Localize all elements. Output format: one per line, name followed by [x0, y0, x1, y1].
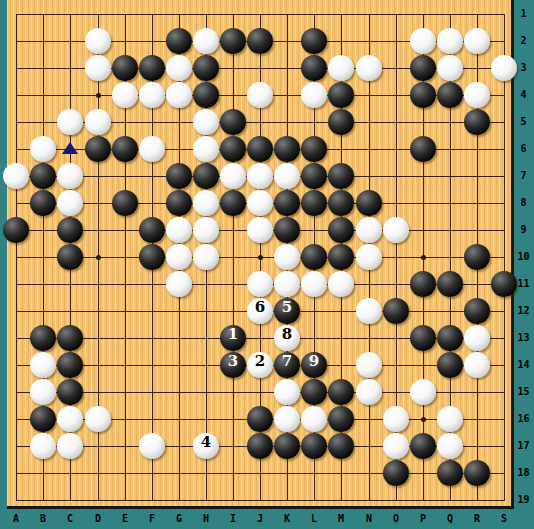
stone-white-C16[interactable] [57, 406, 83, 432]
stone-white-D5[interactable] [85, 109, 111, 135]
stone-white-C5[interactable] [57, 109, 83, 135]
stone-white-L16[interactable] [301, 406, 327, 432]
coord-label-column: R [469, 513, 485, 524]
stone-black-L6[interactable] [301, 136, 327, 162]
stone-black-F3[interactable] [139, 55, 165, 81]
stone-black-D6[interactable] [85, 136, 111, 162]
stone-black-E8[interactable] [112, 190, 138, 216]
stone-white-J14[interactable]: 2 [247, 352, 273, 378]
stone-black-C9[interactable] [57, 217, 83, 243]
stone-white-J7[interactable] [247, 163, 273, 189]
stone-white-K11[interactable] [274, 271, 300, 297]
stone-black-Q4[interactable] [437, 82, 463, 108]
stone-black-A9[interactable] [3, 217, 29, 243]
stone-black-L17[interactable] [301, 433, 327, 459]
stone-black-F9[interactable] [139, 217, 165, 243]
stone-white-C17[interactable] [57, 433, 83, 459]
star-point [421, 417, 426, 422]
stone-black-C10[interactable] [57, 244, 83, 270]
stone-white-M11[interactable] [328, 271, 354, 297]
stone-black-H4[interactable] [193, 82, 219, 108]
move-number-label: 6 [247, 298, 273, 324]
star-point [258, 255, 263, 260]
stone-white-D16[interactable] [85, 406, 111, 432]
stone-black-H7[interactable] [193, 163, 219, 189]
stone-white-K7[interactable] [274, 163, 300, 189]
stone-black-I2[interactable] [220, 28, 246, 54]
go-client-window: 651832794ABCDEFGHIJKLMNOPQRS123456789101… [0, 0, 534, 529]
stone-white-D2[interactable] [85, 28, 111, 54]
stone-black-M16[interactable] [328, 406, 354, 432]
stone-black-G8[interactable] [166, 190, 192, 216]
stone-black-K17[interactable] [274, 433, 300, 459]
stone-black-M7[interactable] [328, 163, 354, 189]
coord-label-row: 18 [514, 467, 533, 478]
coord-label-column: N [361, 513, 377, 524]
coord-label-column: M [333, 513, 349, 524]
stone-black-J6[interactable] [247, 136, 273, 162]
stone-white-O16[interactable] [383, 406, 409, 432]
coord-label-row: 6 [514, 143, 533, 154]
stone-black-J2[interactable] [247, 28, 273, 54]
star-point [96, 93, 101, 98]
coord-label-row: 19 [514, 494, 533, 505]
stone-white-F17[interactable] [139, 433, 165, 459]
stone-white-K13[interactable]: 8 [274, 325, 300, 351]
stone-black-M4[interactable] [328, 82, 354, 108]
stone-black-E3[interactable] [112, 55, 138, 81]
grid-line-horizontal [16, 473, 505, 474]
stone-white-K16[interactable] [274, 406, 300, 432]
stone-black-B8[interactable] [30, 190, 56, 216]
stone-black-L14[interactable]: 9 [301, 352, 327, 378]
coord-label-column: F [144, 513, 160, 524]
stone-white-A7[interactable] [3, 163, 29, 189]
stone-black-R12[interactable] [464, 298, 490, 324]
coord-label-row: 1 [514, 8, 533, 19]
stone-black-P6[interactable] [410, 136, 436, 162]
stone-black-N8[interactable] [356, 190, 382, 216]
move-number-label: 3 [220, 352, 246, 378]
stone-white-N14[interactable] [356, 352, 382, 378]
grid-line-vertical [504, 14, 505, 501]
stone-white-I7[interactable] [220, 163, 246, 189]
stone-white-G9[interactable] [166, 217, 192, 243]
move-number-label: 2 [247, 352, 273, 378]
stone-black-L15[interactable] [301, 379, 327, 405]
coord-label-column: J [252, 513, 268, 524]
move-number-label: 1 [220, 325, 246, 351]
coord-label-row: 2 [514, 35, 533, 46]
stone-black-L3[interactable] [301, 55, 327, 81]
stone-white-H8[interactable] [193, 190, 219, 216]
coord-label-column: E [117, 513, 133, 524]
stone-black-Q14[interactable] [437, 352, 463, 378]
stone-black-Q11[interactable] [437, 271, 463, 297]
stone-white-C7[interactable] [57, 163, 83, 189]
coord-label-column: C [62, 513, 78, 524]
stone-black-L2[interactable] [301, 28, 327, 54]
stone-black-R10[interactable] [464, 244, 490, 270]
coord-label-row: 16 [514, 413, 533, 424]
coord-label-row: 3 [514, 62, 533, 73]
stone-black-C13[interactable] [57, 325, 83, 351]
stone-black-J17[interactable] [247, 433, 273, 459]
coord-label-row: 11 [514, 278, 533, 289]
stone-white-J12[interactable]: 6 [247, 298, 273, 324]
stone-black-K8[interactable] [274, 190, 300, 216]
stone-black-K9[interactable] [274, 217, 300, 243]
coord-label-row: 8 [514, 197, 533, 208]
coord-label-column: O [388, 513, 404, 524]
stone-black-P17[interactable] [410, 433, 436, 459]
stone-white-N12[interactable] [356, 298, 382, 324]
coord-label-column: Q [442, 513, 458, 524]
stone-white-D3[interactable] [85, 55, 111, 81]
coord-label-row: 10 [514, 251, 533, 262]
stone-black-H3[interactable] [193, 55, 219, 81]
stone-white-K10[interactable] [274, 244, 300, 270]
stone-black-R18[interactable] [464, 460, 490, 486]
stone-white-O9[interactable] [383, 217, 409, 243]
stone-black-K6[interactable] [274, 136, 300, 162]
stone-black-P13[interactable] [410, 325, 436, 351]
stone-black-C15[interactable] [57, 379, 83, 405]
stone-black-Q18[interactable] [437, 460, 463, 486]
stone-white-H6[interactable] [193, 136, 219, 162]
stone-black-O18[interactable] [383, 460, 409, 486]
stone-white-B17[interactable] [30, 433, 56, 459]
triangle-marker [62, 142, 78, 154]
stone-white-P15[interactable] [410, 379, 436, 405]
move-number-label: 8 [274, 325, 300, 351]
coord-label-column: D [90, 513, 106, 524]
stone-white-G11[interactable] [166, 271, 192, 297]
stone-black-I13[interactable]: 1 [220, 325, 246, 351]
stone-white-G10[interactable] [166, 244, 192, 270]
stone-black-K14[interactable]: 7 [274, 352, 300, 378]
stone-white-L4[interactable] [301, 82, 327, 108]
stone-white-G4[interactable] [166, 82, 192, 108]
stone-white-H10[interactable] [193, 244, 219, 270]
stone-black-G2[interactable] [166, 28, 192, 54]
stone-white-H17[interactable]: 4 [193, 433, 219, 459]
stone-white-L11[interactable] [301, 271, 327, 297]
stone-black-I5[interactable] [220, 109, 246, 135]
coord-label-row: 15 [514, 386, 533, 397]
coord-label-row: 9 [514, 224, 533, 235]
move-number-label: 9 [301, 352, 327, 378]
stone-black-M17[interactable] [328, 433, 354, 459]
stone-black-F10[interactable] [139, 244, 165, 270]
stone-white-N15[interactable] [356, 379, 382, 405]
stone-white-Q16[interactable] [437, 406, 463, 432]
stone-black-I14[interactable]: 3 [220, 352, 246, 378]
move-number-label: 7 [274, 352, 300, 378]
coord-label-row: 14 [514, 359, 533, 370]
stone-white-N10[interactable] [356, 244, 382, 270]
stone-white-N3[interactable] [356, 55, 382, 81]
coord-label-column: I [225, 513, 241, 524]
stone-black-P11[interactable] [410, 271, 436, 297]
coord-label-row: 4 [514, 89, 533, 100]
coord-label-row: 7 [514, 170, 533, 181]
stone-white-P2[interactable] [410, 28, 436, 54]
stone-white-Q2[interactable] [437, 28, 463, 54]
grid-line-horizontal [16, 500, 505, 501]
stone-black-L7[interactable] [301, 163, 327, 189]
stone-black-I8[interactable] [220, 190, 246, 216]
stone-black-P4[interactable] [410, 82, 436, 108]
coord-label-row: 13 [514, 332, 533, 343]
stone-black-M10[interactable] [328, 244, 354, 270]
stone-white-J11[interactable] [247, 271, 273, 297]
move-number-label: 5 [274, 298, 300, 324]
stone-white-Q3[interactable] [437, 55, 463, 81]
stone-white-R14[interactable] [464, 352, 490, 378]
star-point [96, 255, 101, 260]
coord-label-column: S [496, 513, 512, 524]
stone-white-M3[interactable] [328, 55, 354, 81]
stone-black-K12[interactable]: 5 [274, 298, 300, 324]
stone-white-R13[interactable] [464, 325, 490, 351]
stone-white-J9[interactable] [247, 217, 273, 243]
stone-white-K15[interactable] [274, 379, 300, 405]
coord-label-column: G [171, 513, 187, 524]
stone-black-B7[interactable] [30, 163, 56, 189]
coord-label-row: 12 [514, 305, 533, 316]
stone-white-B15[interactable] [30, 379, 56, 405]
stone-white-J4[interactable] [247, 82, 273, 108]
stone-white-B6[interactable] [30, 136, 56, 162]
coord-label-row: 5 [514, 116, 533, 127]
stone-white-H2[interactable] [193, 28, 219, 54]
stone-white-R2[interactable] [464, 28, 490, 54]
star-point [421, 255, 426, 260]
stone-white-O17[interactable] [383, 433, 409, 459]
stone-black-I6[interactable] [220, 136, 246, 162]
stone-white-H9[interactable] [193, 217, 219, 243]
stone-black-P3[interactable] [410, 55, 436, 81]
stone-white-N9[interactable] [356, 217, 382, 243]
stone-black-Q13[interactable] [437, 325, 463, 351]
coord-label-column: B [35, 513, 51, 524]
stone-white-F4[interactable] [139, 82, 165, 108]
stone-black-E6[interactable] [112, 136, 138, 162]
stone-black-R5[interactable] [464, 109, 490, 135]
stone-black-O12[interactable] [383, 298, 409, 324]
stone-white-G3[interactable] [166, 55, 192, 81]
stone-black-B13[interactable] [30, 325, 56, 351]
stone-white-H5[interactable] [193, 109, 219, 135]
stone-black-M8[interactable] [328, 190, 354, 216]
stone-white-E4[interactable] [112, 82, 138, 108]
stone-black-L10[interactable] [301, 244, 327, 270]
stone-black-G7[interactable] [166, 163, 192, 189]
stone-white-F6[interactable] [139, 136, 165, 162]
coord-label-column: H [198, 513, 214, 524]
coord-label-column: L [306, 513, 322, 524]
coord-label-column: A [8, 513, 24, 524]
stone-black-L8[interactable] [301, 190, 327, 216]
stone-white-Q17[interactable] [437, 433, 463, 459]
go-board[interactable]: 651832794ABCDEFGHIJKLMNOPQRS123456789101… [0, 0, 534, 529]
stone-white-R4[interactable] [464, 82, 490, 108]
stone-black-C14[interactable] [57, 352, 83, 378]
stone-black-M5[interactable] [328, 109, 354, 135]
stone-white-C8[interactable] [57, 190, 83, 216]
coord-label-column: K [279, 513, 295, 524]
stone-white-J8[interactable] [247, 190, 273, 216]
stone-white-B14[interactable] [30, 352, 56, 378]
move-number-label: 4 [193, 433, 219, 459]
stone-black-M15[interactable] [328, 379, 354, 405]
stone-black-J16[interactable] [247, 406, 273, 432]
coord-label-column: P [415, 513, 431, 524]
coord-label-row: 17 [514, 440, 533, 451]
stone-black-M9[interactable] [328, 217, 354, 243]
stone-black-B16[interactable] [30, 406, 56, 432]
